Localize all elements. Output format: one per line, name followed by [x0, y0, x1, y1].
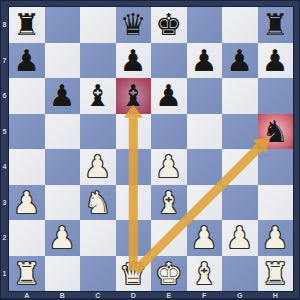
square-h4[interactable]	[258, 149, 294, 185]
black-rook-h8[interactable]: ♜	[258, 7, 294, 43]
black-pawn-g7[interactable]: ♟	[222, 43, 258, 79]
black-bishop-d6[interactable]: ♝	[116, 78, 152, 114]
square-d6[interactable]: ♝	[116, 78, 152, 114]
square-h8[interactable]: ♜	[258, 7, 294, 43]
square-e1[interactable]: ♚	[151, 256, 187, 292]
rank-label-6: 6	[0, 78, 9, 114]
black-bishop-c6[interactable]: ♝	[80, 78, 116, 114]
square-d2[interactable]	[116, 220, 152, 256]
black-pawn-e6[interactable]: ♟	[151, 78, 187, 114]
square-c2[interactable]	[80, 220, 116, 256]
square-c3[interactable]: ♞	[80, 185, 116, 221]
square-d7[interactable]: ♟	[116, 43, 152, 79]
file-label-h: H	[258, 290, 294, 300]
square-a8[interactable]: ♜	[9, 7, 45, 43]
square-g8[interactable]	[222, 7, 258, 43]
black-pawn-a7[interactable]: ♟	[9, 43, 45, 79]
square-e3[interactable]: ♝	[151, 185, 187, 221]
white-queen-d1[interactable]: ♛	[116, 256, 152, 292]
square-h7[interactable]: ♟	[258, 43, 294, 79]
square-f6[interactable]	[187, 78, 223, 114]
square-e6[interactable]: ♟	[151, 78, 187, 114]
square-c5[interactable]	[80, 114, 116, 150]
square-c4[interactable]: ♟	[80, 149, 116, 185]
square-b4[interactable]	[45, 149, 81, 185]
white-pawn-e4[interactable]: ♟	[151, 149, 187, 185]
square-b5[interactable]	[45, 114, 81, 150]
rank-label-3: 3	[0, 185, 9, 221]
black-rook-a8[interactable]: ♜	[9, 7, 45, 43]
square-h1[interactable]: ♜	[258, 256, 294, 292]
file-label-c: C	[80, 290, 116, 300]
square-a7[interactable]: ♟	[9, 43, 45, 79]
square-h5[interactable]: ♞	[258, 114, 294, 150]
file-label-b: B	[45, 290, 81, 300]
square-c8[interactable]	[80, 7, 116, 43]
white-rook-h1[interactable]: ♜	[258, 256, 294, 292]
file-label-d: D	[116, 290, 152, 300]
white-rook-a1[interactable]: ♜	[9, 256, 45, 292]
file-label-a: A	[9, 290, 45, 300]
file-label-g: G	[222, 290, 258, 300]
square-d1[interactable]: ♛	[116, 256, 152, 292]
black-pawn-h7[interactable]: ♟	[258, 43, 294, 79]
rank-label-2: 2	[0, 220, 9, 256]
square-b2[interactable]: ♟	[45, 220, 81, 256]
white-pawn-h2[interactable]: ♟	[258, 220, 294, 256]
white-king-e1[interactable]: ♚	[151, 256, 187, 292]
white-knight-c3[interactable]: ♞	[80, 185, 116, 221]
rank-label-4: 4	[0, 149, 9, 185]
square-g3[interactable]	[222, 185, 258, 221]
white-pawn-b2[interactable]: ♟	[45, 220, 81, 256]
square-e5[interactable]	[151, 114, 187, 150]
square-f4[interactable]	[187, 149, 223, 185]
square-a4[interactable]	[9, 149, 45, 185]
square-h3[interactable]	[258, 185, 294, 221]
square-e8[interactable]: ♚	[151, 7, 187, 43]
black-pawn-d7[interactable]: ♟	[116, 43, 152, 79]
square-g6[interactable]	[222, 78, 258, 114]
square-g1[interactable]	[222, 256, 258, 292]
square-e4[interactable]: ♟	[151, 149, 187, 185]
square-c7[interactable]	[80, 43, 116, 79]
square-e2[interactable]	[151, 220, 187, 256]
square-d4[interactable]	[116, 149, 152, 185]
black-king-e8[interactable]: ♚	[151, 7, 187, 43]
rank-label-8: 8	[0, 7, 9, 43]
square-b7[interactable]	[45, 43, 81, 79]
square-a5[interactable]	[9, 114, 45, 150]
square-b8[interactable]	[45, 7, 81, 43]
file-labels: ABCDEFGH	[9, 290, 293, 300]
square-c1[interactable]	[80, 256, 116, 292]
square-d3[interactable]	[116, 185, 152, 221]
rank-label-1: 1	[0, 256, 9, 292]
square-b6[interactable]: ♟	[45, 78, 81, 114]
white-pawn-g2[interactable]: ♟	[222, 220, 258, 256]
square-d8[interactable]: ♛	[116, 7, 152, 43]
white-bishop-f1[interactable]: ♝	[187, 256, 223, 292]
square-a6[interactable]	[9, 78, 45, 114]
rank-label-5: 5	[0, 114, 9, 150]
white-bishop-e3[interactable]: ♝	[151, 185, 187, 221]
rank-labels: 87654321	[0, 7, 9, 291]
square-f3[interactable]	[187, 185, 223, 221]
square-h2[interactable]: ♟	[258, 220, 294, 256]
square-f7[interactable]: ♟	[187, 43, 223, 79]
square-g4[interactable]	[222, 149, 258, 185]
square-f5[interactable]	[187, 114, 223, 150]
square-e7[interactable]	[151, 43, 187, 79]
black-pawn-b6[interactable]: ♟	[45, 78, 81, 114]
white-pawn-a3[interactable]: ♟	[9, 185, 45, 221]
white-pawn-f2[interactable]: ♟	[187, 220, 223, 256]
chess-board[interactable]: ♜♛♚♜♟♟♟♟♟♟♝♝♟♞♟♟♟♞♝♟♟♟♟♜♛♚♝♜	[9, 7, 293, 291]
file-label-f: F	[187, 290, 223, 300]
square-a1[interactable]: ♜	[9, 256, 45, 292]
square-d5[interactable]	[116, 114, 152, 150]
file-label-e: E	[151, 290, 187, 300]
black-pawn-f7[interactable]: ♟	[187, 43, 223, 79]
black-knight-h5[interactable]: ♞	[258, 114, 294, 150]
square-c6[interactable]: ♝	[80, 78, 116, 114]
square-a3[interactable]: ♟	[9, 185, 45, 221]
square-b3[interactable]	[45, 185, 81, 221]
white-pawn-c4[interactable]: ♟	[80, 149, 116, 185]
square-g7[interactable]: ♟	[222, 43, 258, 79]
square-b1[interactable]	[45, 256, 81, 292]
square-h6[interactable]	[258, 78, 294, 114]
square-f1[interactable]: ♝	[187, 256, 223, 292]
chess-board-frame: 87654321 ABCDEFGH ♜♛♚♜♟♟♟♟♟♟♝♝♟♞♟♟♟♞♝♟♟♟…	[0, 0, 300, 300]
square-f2[interactable]: ♟	[187, 220, 223, 256]
square-a2[interactable]	[9, 220, 45, 256]
black-queen-d8[interactable]: ♛	[116, 7, 152, 43]
square-g5[interactable]	[222, 114, 258, 150]
square-g2[interactable]: ♟	[222, 220, 258, 256]
rank-label-7: 7	[0, 43, 9, 79]
square-f8[interactable]	[187, 7, 223, 43]
